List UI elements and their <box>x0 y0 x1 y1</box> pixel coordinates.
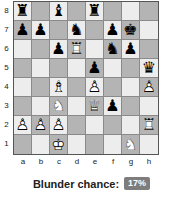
square-c6[interactable]: ♟ <box>50 40 68 59</box>
square-e4[interactable]: ♟♙ <box>86 78 104 97</box>
white-pawn-outline: ♙ <box>14 116 31 134</box>
square-a8[interactable]: ♜ <box>14 2 32 21</box>
rank-label-4: 4 <box>0 77 13 96</box>
white-pawn-outline: ♙ <box>50 116 67 134</box>
square-g7[interactable]: ♚ <box>122 21 140 40</box>
black-pawn[interactable]: ♟ <box>104 97 121 115</box>
white-king[interactable]: ♚♔ <box>50 135 67 154</box>
white-bishop[interactable]: ♝♗ <box>50 78 67 96</box>
white-bishop-outline: ♗ <box>50 78 67 96</box>
file-label-e: e <box>86 157 104 166</box>
white-rook-outline: ♖ <box>140 116 158 134</box>
square-g1[interactable]: ♞♘ <box>122 135 140 154</box>
black-pawn[interactable]: ♟ <box>122 40 139 58</box>
square-h1[interactable] <box>140 135 158 154</box>
square-b4[interactable] <box>32 78 50 97</box>
square-h7[interactable] <box>140 21 158 40</box>
rank-label-1: 1 <box>0 134 13 153</box>
rank-label-7: 7 <box>0 20 13 39</box>
white-queen[interactable]: ♛♕ <box>86 97 103 115</box>
black-pawn[interactable]: ♟ <box>50 40 67 58</box>
square-h5[interactable]: ♛ <box>140 59 158 78</box>
file-label-g: g <box>122 157 140 166</box>
white-pawn-outline: ♙ <box>32 116 49 134</box>
square-g8[interactable] <box>122 2 140 21</box>
file-label-c: c <box>50 157 68 166</box>
square-a5[interactable] <box>14 59 32 78</box>
square-e8[interactable]: ♜ <box>86 2 104 21</box>
white-pawn[interactable]: ♟♙ <box>140 78 158 96</box>
square-g6[interactable]: ♟ <box>122 40 140 59</box>
square-e6[interactable] <box>86 40 104 59</box>
square-f7[interactable]: ♟ <box>104 21 122 40</box>
square-h4[interactable]: ♟♙ <box>140 78 158 97</box>
rank-label-8: 8 <box>0 1 13 20</box>
black-pawn[interactable]: ♟ <box>86 59 103 77</box>
square-b1[interactable] <box>32 135 50 154</box>
blunder-chance-caption: Blunder chance: 17% <box>0 177 183 190</box>
white-knight[interactable]: ♞♘ <box>122 135 139 154</box>
square-b2[interactable]: ♟♙ <box>32 116 50 135</box>
square-f4[interactable] <box>104 78 122 97</box>
square-a3[interactable] <box>14 97 32 116</box>
square-d8[interactable] <box>68 2 86 21</box>
square-d4[interactable] <box>68 78 86 97</box>
square-b8[interactable] <box>32 2 50 21</box>
black-rook[interactable]: ♜ <box>86 2 103 20</box>
black-knight[interactable]: ♞ <box>104 40 121 58</box>
black-queen[interactable]: ♛ <box>140 59 158 77</box>
white-rook-outline: ♖ <box>68 40 85 58</box>
black-pawn[interactable]: ♟ <box>14 21 31 39</box>
square-f8[interactable] <box>104 2 122 21</box>
white-pawn-outline: ♙ <box>140 78 158 96</box>
file-label-a: a <box>14 157 32 166</box>
square-e5[interactable]: ♟ <box>86 59 104 78</box>
square-f1[interactable] <box>104 135 122 154</box>
black-knight[interactable]: ♞ <box>68 21 85 39</box>
file-labels: abcdefgh <box>14 157 183 166</box>
square-h6[interactable] <box>140 40 158 59</box>
square-g3[interactable] <box>122 97 140 116</box>
square-a1[interactable] <box>14 135 32 154</box>
square-e1[interactable] <box>86 135 104 154</box>
white-pawn-outline: ♙ <box>86 78 103 96</box>
square-c7[interactable] <box>50 21 68 40</box>
black-pawn[interactable]: ♟ <box>32 21 49 39</box>
square-c1[interactable]: ♚♔ <box>50 135 68 154</box>
square-e3[interactable]: ♛♕ <box>86 97 104 116</box>
file-label-b: b <box>32 157 50 166</box>
square-a4[interactable] <box>14 78 32 97</box>
square-f2[interactable] <box>104 116 122 135</box>
blunder-chance-value: 17% <box>124 177 150 190</box>
square-c4[interactable]: ♝♗ <box>50 78 68 97</box>
white-pawn[interactable]: ♟♙ <box>50 116 67 134</box>
square-c5[interactable] <box>50 59 68 78</box>
square-d7[interactable]: ♞ <box>68 21 86 40</box>
blunder-chance-label: Blunder chance: <box>33 178 119 190</box>
chess-board: ♜♝♜♟♟♞♟♚♟♜♖♞♟♟♛♝♗♟♙♟♙♞♘♛♕♟♟♙♟♙♟♙♜♖♚♔♞♘ <box>13 1 159 155</box>
white-knight-outline: ♘ <box>122 135 139 154</box>
white-king-outline: ♔ <box>50 135 67 154</box>
white-pawn[interactable]: ♟♙ <box>32 116 49 134</box>
black-pawn[interactable]: ♟ <box>104 21 121 39</box>
square-c2[interactable]: ♟♙ <box>50 116 68 135</box>
white-knight-outline: ♘ <box>50 97 67 115</box>
rank-label-3: 3 <box>0 96 13 115</box>
square-a6[interactable] <box>14 40 32 59</box>
square-f6[interactable]: ♞ <box>104 40 122 59</box>
square-g4[interactable] <box>122 78 140 97</box>
file-label-h: h <box>140 157 158 166</box>
square-c8[interactable]: ♝ <box>50 2 68 21</box>
square-d3[interactable] <box>68 97 86 116</box>
square-b7[interactable]: ♟ <box>32 21 50 40</box>
square-b5[interactable] <box>32 59 50 78</box>
square-h8[interactable] <box>140 2 158 21</box>
square-b3[interactable] <box>32 97 50 116</box>
rank-labels: 87654321 <box>0 1 13 153</box>
white-pawn[interactable]: ♟♙ <box>14 116 31 134</box>
square-e7[interactable] <box>86 21 104 40</box>
white-rook[interactable]: ♜♖ <box>140 116 158 134</box>
square-a7[interactable]: ♟ <box>14 21 32 40</box>
square-b6[interactable] <box>32 40 50 59</box>
square-a2[interactable]: ♟♙ <box>14 116 32 135</box>
file-label-d: d <box>68 157 86 166</box>
square-h2[interactable]: ♜♖ <box>140 116 158 135</box>
white-pawn[interactable]: ♟♙ <box>86 78 103 96</box>
rank-label-5: 5 <box>0 58 13 77</box>
square-f5[interactable] <box>104 59 122 78</box>
square-g2[interactable] <box>122 116 140 135</box>
black-king[interactable]: ♚ <box>122 21 139 39</box>
rank-label-6: 6 <box>0 39 13 58</box>
file-label-f: f <box>104 157 122 166</box>
white-knight[interactable]: ♞♘ <box>50 97 67 115</box>
square-d5[interactable] <box>68 59 86 78</box>
black-rook[interactable]: ♜ <box>14 2 31 20</box>
square-e2[interactable] <box>86 116 104 135</box>
white-queen-outline: ♕ <box>86 97 103 115</box>
square-g5[interactable] <box>122 59 140 78</box>
square-d1[interactable] <box>68 135 86 154</box>
rank-label-2: 2 <box>0 115 13 134</box>
square-c3[interactable]: ♞♘ <box>50 97 68 116</box>
square-d2[interactable] <box>68 116 86 135</box>
square-f3[interactable]: ♟ <box>104 97 122 116</box>
square-d6[interactable]: ♜♖ <box>68 40 86 59</box>
white-rook[interactable]: ♜♖ <box>68 40 85 58</box>
black-bishop[interactable]: ♝ <box>50 2 67 20</box>
board-area: 87654321 ♜♝♜♟♟♞♟♚♟♜♖♞♟♟♛♝♗♟♙♟♙♞♘♛♕♟♟♙♟♙♟… <box>0 0 183 155</box>
square-h3[interactable] <box>140 97 158 116</box>
